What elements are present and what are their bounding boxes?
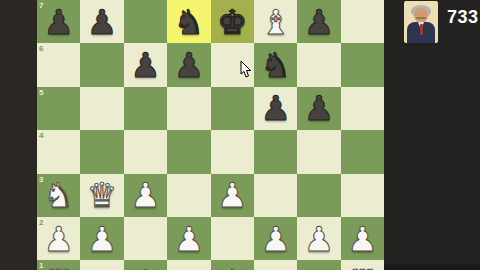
square-g6[interactable]: [297, 43, 340, 86]
square-e7[interactable]: ♚: [211, 0, 254, 43]
square-f1[interactable]: [254, 260, 297, 270]
piece-white-pawn-h2[interactable]: ♟: [347, 222, 377, 256]
square-f6[interactable]: ♞: [254, 43, 297, 86]
piece-black-pawn-g7[interactable]: ♟: [304, 5, 334, 39]
square-g5[interactable]: ♟: [297, 87, 340, 130]
piece-black-pawn-c6[interactable]: ♟: [130, 48, 160, 82]
square-e3[interactable]: ♟: [211, 174, 254, 217]
square-h7[interactable]: [341, 0, 384, 43]
square-e4[interactable]: [211, 130, 254, 173]
piece-black-pawn-g5[interactable]: ♟: [304, 91, 334, 125]
square-e1[interactable]: ♚: [211, 260, 254, 270]
avatar-tie: [420, 24, 423, 35]
square-h4[interactable]: [341, 130, 384, 173]
mouse-cursor-icon: [240, 61, 251, 78]
left-background-strip: [0, 0, 37, 270]
piece-white-bishop-f7[interactable]: ♝: [260, 5, 290, 39]
piece-white-queen-b3[interactable]: ♛: [87, 178, 117, 212]
square-a2[interactable]: 2♟: [37, 217, 80, 260]
square-b3[interactable]: ♛: [80, 174, 123, 217]
square-g4[interactable]: [297, 130, 340, 173]
square-d4[interactable]: [167, 130, 210, 173]
piece-black-pawn-d6[interactable]: ♟: [174, 48, 204, 82]
square-b1[interactable]: [80, 260, 123, 270]
square-h1[interactable]: ♜: [341, 260, 384, 270]
piece-black-king-e7[interactable]: ♚: [217, 5, 247, 39]
square-a1[interactable]: 1♜: [37, 260, 80, 270]
piece-white-pawn-e3[interactable]: ♟: [217, 178, 247, 212]
rank-label-5: 5: [39, 88, 43, 97]
square-h5[interactable]: [341, 87, 384, 130]
player-avatar[interactable]: [404, 1, 438, 43]
rank-label-6: 6: [39, 44, 43, 53]
square-d5[interactable]: [167, 87, 210, 130]
piece-white-bishop-c1[interactable]: ♝: [130, 265, 160, 270]
square-f4[interactable]: [254, 130, 297, 173]
square-a4[interactable]: 4: [37, 130, 80, 173]
square-f5[interactable]: ♟: [254, 87, 297, 130]
square-a7[interactable]: 7♟: [37, 0, 80, 43]
right-panel: 733: [384, 0, 480, 270]
panel-bottom-bar: [384, 264, 480, 270]
piece-white-rook-a1[interactable]: ♜: [43, 265, 73, 270]
square-d6[interactable]: ♟: [167, 43, 210, 86]
square-d1[interactable]: [167, 260, 210, 270]
square-d2[interactable]: ♟: [167, 217, 210, 260]
square-g1[interactable]: [297, 260, 340, 270]
piece-white-pawn-b2[interactable]: ♟: [87, 222, 117, 256]
piece-black-knight-d7[interactable]: ♞: [174, 5, 204, 39]
square-c4[interactable]: [124, 130, 167, 173]
chess-board[interactable]: ♜♝♛♝♜7♟♟♞♚♝♟6♟♟♞5♟♟43♞♛♟♟2♟♟♟♟♟♟1♜♝♚♜: [37, 0, 384, 270]
square-c6[interactable]: ♟: [124, 43, 167, 86]
square-b6[interactable]: [80, 43, 123, 86]
square-d3[interactable]: [167, 174, 210, 217]
square-g3[interactable]: [297, 174, 340, 217]
square-a3[interactable]: 3♞: [37, 174, 80, 217]
avatar-face: [414, 8, 428, 23]
square-c5[interactable]: [124, 87, 167, 130]
player-rating: 733: [447, 7, 479, 28]
square-f2[interactable]: ♟: [254, 217, 297, 260]
square-e2[interactable]: [211, 217, 254, 260]
square-c7[interactable]: [124, 0, 167, 43]
piece-white-pawn-d2[interactable]: ♟: [174, 222, 204, 256]
square-h2[interactable]: ♟: [341, 217, 384, 260]
rank-label-4: 4: [39, 131, 43, 140]
square-h6[interactable]: [341, 43, 384, 86]
square-g7[interactable]: ♟: [297, 0, 340, 43]
square-c2[interactable]: [124, 217, 167, 260]
square-h3[interactable]: [341, 174, 384, 217]
piece-white-pawn-c3[interactable]: ♟: [130, 178, 160, 212]
square-a6[interactable]: 6: [37, 43, 80, 86]
piece-white-rook-h1[interactable]: ♜: [347, 265, 377, 270]
piece-black-pawn-a7[interactable]: ♟: [43, 5, 73, 39]
square-b2[interactable]: ♟: [80, 217, 123, 260]
piece-black-knight-f6[interactable]: ♞: [260, 48, 290, 82]
square-c1[interactable]: ♝: [124, 260, 167, 270]
square-b4[interactable]: [80, 130, 123, 173]
app-window: ♜♝♛♝♜7♟♟♞♚♝♟6♟♟♞5♟♟43♞♛♟♟2♟♟♟♟♟♟1♜♝♚♜ 73…: [0, 0, 480, 270]
square-f3[interactable]: [254, 174, 297, 217]
piece-white-pawn-g2[interactable]: ♟: [304, 222, 334, 256]
square-c3[interactable]: ♟: [124, 174, 167, 217]
avatar-brow: [416, 17, 426, 19]
square-b7[interactable]: ♟: [80, 0, 123, 43]
square-b5[interactable]: [80, 87, 123, 130]
square-f7[interactable]: ♝: [254, 0, 297, 43]
square-g2[interactable]: ♟: [297, 217, 340, 260]
square-d7[interactable]: ♞: [167, 0, 210, 43]
piece-white-knight-a3[interactable]: ♞: [43, 178, 73, 212]
piece-white-pawn-a2[interactable]: ♟: [43, 222, 73, 256]
piece-white-king-e1[interactable]: ♚: [217, 265, 247, 270]
piece-black-pawn-f5[interactable]: ♟: [260, 91, 290, 125]
piece-black-pawn-b7[interactable]: ♟: [87, 5, 117, 39]
piece-white-pawn-f2[interactable]: ♟: [260, 222, 290, 256]
square-e5[interactable]: [211, 87, 254, 130]
square-a5[interactable]: 5: [37, 87, 80, 130]
